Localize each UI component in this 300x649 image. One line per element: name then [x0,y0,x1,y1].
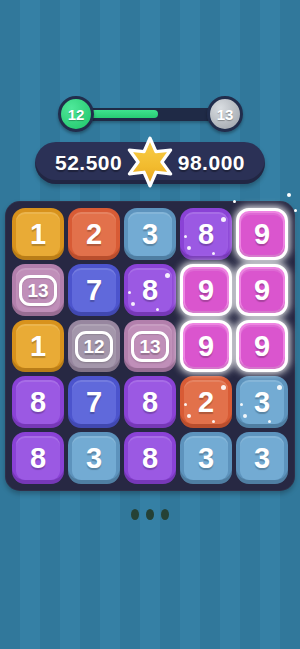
game-board: 1238913789911213998782383833 [5,201,295,491]
tile-face: 9 [241,325,283,367]
tile-r3c2[interactable]: 12 [68,320,120,372]
tile-number: 8 [198,220,214,249]
level-next-label: 13 [217,106,234,123]
tile-face: 9 [185,269,227,311]
tile-number: 3 [254,444,270,473]
menu-dot [131,509,139,520]
tile-number: 13 [139,337,160,356]
tile-number: 3 [254,388,270,417]
tile-number: 8 [30,444,46,473]
tile-r5c4[interactable]: 3 [180,432,232,484]
tile-face: 8 [128,380,172,424]
tile-number: 1 [30,220,46,249]
tile-number: 8 [142,388,158,417]
game-screen: 12 13 52.500 98.000 123891378991121 [0,0,300,649]
tile-r3c3[interactable]: 13 [124,320,176,372]
tile-number: 2 [86,220,102,249]
star-icon [124,136,176,188]
tile-number: 7 [86,276,102,305]
sparkle-dot [287,193,291,197]
tile-r5c1[interactable]: 8 [12,432,64,484]
tile-face: 8 [128,436,172,480]
tile-face: 9 [185,325,227,367]
tile-face: 3 [184,436,228,480]
tile-face: 3 [128,212,172,256]
number-outline-frame: 13 [131,331,168,362]
tile-r3c4[interactable]: 9 [180,320,232,372]
tile-number: 3 [142,220,158,249]
tile-r1c2[interactable]: 2 [68,208,120,260]
tile-face: 9 [241,269,283,311]
tile-face: 7 [72,268,116,312]
tile-r2c4[interactable]: 9 [180,264,232,316]
tile-number: 8 [142,444,158,473]
tile-face: 12 [72,324,116,368]
tile-face: 3 [72,436,116,480]
tile-number: 9 [198,276,214,305]
tile-number: 9 [198,332,214,361]
tile-number: 9 [254,276,270,305]
level-next-badge: 13 [207,96,243,132]
tile-number: 8 [30,388,46,417]
level-current-label: 12 [68,106,85,123]
tile-face: 3 [240,380,284,424]
tile-r1c1[interactable]: 1 [12,208,64,260]
tile-number: 1 [30,332,46,361]
goal-score: 98.000 [178,151,245,175]
tile-r5c3[interactable]: 8 [124,432,176,484]
tile-face: 2 [72,212,116,256]
tile-number: 13 [27,281,48,300]
tile-r4c3[interactable]: 8 [124,376,176,428]
tile-number: 3 [86,444,102,473]
tile-number: 9 [254,220,270,249]
score-panel: 52.500 98.000 [35,142,265,184]
tile-r5c5[interactable]: 3 [236,432,288,484]
tile-face: 1 [16,212,60,256]
tile-number: 8 [142,276,158,305]
tile-face: 13 [16,268,60,312]
tile-r3c1[interactable]: 1 [12,320,64,372]
tile-r3c5[interactable]: 9 [236,320,288,372]
board-grid: 1238913789911213998782383833 [12,208,288,484]
tile-r2c5[interactable]: 9 [236,264,288,316]
tile-r2c1[interactable]: 13 [12,264,64,316]
tile-number: 2 [198,388,214,417]
level-current-badge: 12 [58,96,94,132]
current-score: 52.500 [55,151,122,175]
level-progress-bar: 12 13 [58,96,243,133]
menu-dot [161,509,169,520]
tile-r5c2[interactable]: 3 [68,432,120,484]
tile-face: 8 [16,380,60,424]
menu-dot [146,509,154,520]
tile-r4c4[interactable]: 2 [180,376,232,428]
tile-r4c5[interactable]: 3 [236,376,288,428]
tile-face: 7 [72,380,116,424]
tile-face: 3 [240,436,284,480]
tile-face: 2 [184,380,228,424]
tile-r2c3[interactable]: 8 [124,264,176,316]
tile-face: 8 [128,268,172,312]
tile-number: 9 [254,332,270,361]
tile-r1c3[interactable]: 3 [124,208,176,260]
number-outline-frame: 12 [75,331,112,362]
tile-face: 9 [241,213,283,255]
tile-r4c1[interactable]: 8 [12,376,64,428]
level-progress-track [74,108,227,121]
tile-face: 1 [16,324,60,368]
tile-r2c2[interactable]: 7 [68,264,120,316]
tile-number: 3 [198,444,214,473]
tile-face: 8 [16,436,60,480]
number-outline-frame: 13 [19,275,56,306]
tile-number: 12 [83,337,104,356]
tile-face: 13 [128,324,172,368]
tile-r1c4[interactable]: 8 [180,208,232,260]
tile-number: 7 [86,388,102,417]
tile-face: 8 [184,212,228,256]
tile-r4c2[interactable]: 7 [68,376,120,428]
menu-button[interactable] [131,509,169,520]
tile-r1c5[interactable]: 9 [236,208,288,260]
